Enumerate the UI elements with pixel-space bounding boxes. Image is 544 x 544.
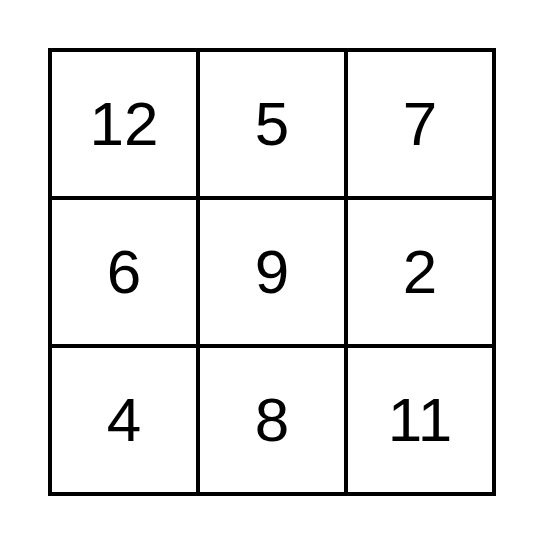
grid-cell-r1c2[interactable]: 5: [200, 52, 344, 196]
grid-cell-r2c2[interactable]: 9: [200, 200, 344, 344]
grid-cell-r3c3[interactable]: 11: [348, 348, 492, 492]
page-canvas: 12 5 7 6 9 2 4 8 11: [0, 0, 544, 544]
grid-cell-r2c1[interactable]: 6: [52, 200, 196, 344]
grid-cell-r3c1[interactable]: 4: [52, 348, 196, 492]
grid-cell-r3c2[interactable]: 8: [200, 348, 344, 492]
grid-cell-r1c3[interactable]: 7: [348, 52, 492, 196]
number-grid-board: 12 5 7 6 9 2 4 8 11: [48, 48, 496, 496]
grid-cell-r1c1[interactable]: 12: [52, 52, 196, 196]
grid-cell-r2c3[interactable]: 2: [348, 200, 492, 344]
